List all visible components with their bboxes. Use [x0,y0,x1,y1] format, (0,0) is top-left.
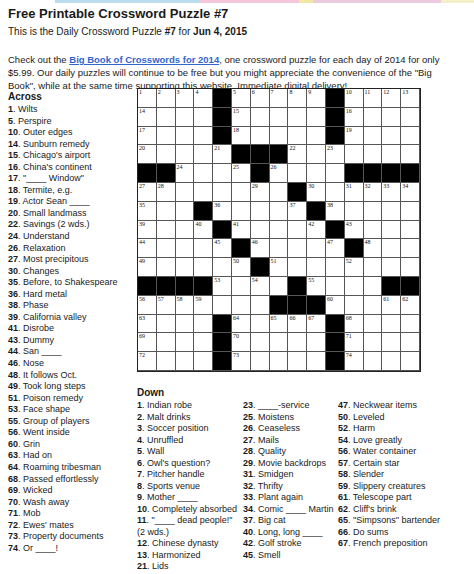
clue-item: 43. Dummy [8,335,134,347]
grid-cell-r15-c10 [307,352,325,370]
grid-cell-r5-c4 [194,164,212,182]
cell-number: 13 [402,89,408,96]
grid-cell-r6-c7: 29 [251,183,269,201]
cell-number: 73 [233,352,239,359]
grid-cell-r11-c3 [176,277,194,295]
grid-cell-r2-c15 [401,108,419,126]
grid-cell-r10-c11 [326,258,344,276]
grid-cell-r13-c13 [364,315,382,333]
clue-item: 67. French preposition [338,538,472,550]
grid-cell-r13-c8: 65 [270,315,288,333]
clue-item: 56. Water container [338,446,472,458]
cell-number: 50 [233,258,239,265]
cell-number: 5 [233,89,236,96]
cell-number: 20 [139,145,145,152]
grid-cell-r5-c7 [251,164,269,182]
cell-number: 62 [402,296,408,303]
subtitle-text: This is the Daily Crossword Puzzle [8,26,165,37]
grid-cell-r7-c1: 35 [138,202,156,220]
grid-cell-r9-c14 [382,239,400,257]
across-clue-list: 1. Wilts5. Perspire10. Outer edges14. Su… [8,104,134,554]
cell-number: 25 [233,164,239,171]
grid-cell-r4-c5: 21 [213,145,231,163]
top-banner-strip [0,0,474,3]
grid-cell-r9-c2 [157,239,175,257]
grid-cell-r6-c2: 28 [157,183,175,201]
clue-item: 31. Smidgen [243,469,336,481]
grid-cell-r1-c12: 10 [345,89,363,107]
grid-cell-r15-c8 [270,352,288,370]
grid-cell-r12-c3: 58 [176,296,194,314]
grid-cell-r13-c7 [251,315,269,333]
grid-cell-r5-c2 [157,164,175,182]
grid-cell-r13-c14 [382,315,400,333]
grid-cell-r6-c12: 31 [345,183,363,201]
clue-item: 66. Do sums [338,527,472,539]
grid-cell-r8-c12: 43 [345,221,363,239]
grid-cell-r14-c2 [157,333,175,351]
grid-cell-r10-c5 [213,258,231,276]
grid-cell-r14-c13 [364,333,382,351]
cell-number: 74 [346,352,352,359]
grid-cell-r1-c7: 6 [251,89,269,107]
grid-cell-r6-c9 [288,183,306,201]
grid-cell-r4-c15 [401,145,419,163]
grid-cell-r4-c11: 23 [326,145,344,163]
grid-cell-r3-c4 [194,127,212,145]
clue-item: 17. "____ Window" [8,173,134,185]
clue-item: 39. California valley [8,312,134,324]
clue-item: 69. Wicked [8,485,134,497]
grid-cell-r2-c1: 14 [138,108,156,126]
grid-cell-r7-c12 [345,202,363,220]
clue-item: 34. Comic ____ Martin [243,504,336,516]
clue-item: 30. Changes [8,266,134,278]
grid-cell-r4-c6 [232,145,250,163]
grid-cell-r8-c4: 40 [194,221,212,239]
clue-item: 61. Telescope part [338,492,472,504]
grid-cell-r13-c2 [157,315,175,333]
grid-cell-r1-c2: 2 [157,89,175,107]
clue-item: 26. Relaxation [8,243,134,255]
grid-cell-r12-c4: 59 [194,296,212,314]
grid-cell-r5-c8: 26 [270,164,288,182]
grid-cell-r8-c15 [401,221,419,239]
clue-item: 73. Property documents [8,531,134,543]
grid-cell-r3-c5 [213,127,231,145]
clue-item: 10. Outer edges [8,127,134,139]
cell-number: 40 [195,221,201,228]
clue-item: 9. Mother ____ [137,492,241,504]
grid-cell-r12-c12 [345,296,363,314]
clue-item: 1. Wilts [8,104,134,116]
grid-cell-r3-c15 [401,127,419,145]
puzzle-number: #7 [165,26,176,37]
cell-number: 32 [365,183,371,190]
clue-item: 74. Or ____! [8,543,134,555]
grid-cell-r13-c1: 63 [138,315,156,333]
clue-item: 5. Perspire [8,116,134,128]
cell-number: 35 [139,202,145,209]
cell-number: 7 [271,89,274,96]
clue-item: 56. Went inside [8,427,134,439]
grid-cell-r2-c13 [364,108,382,126]
grid-cell-r9-c7: 46 [251,239,269,257]
grid-cell-r13-c15 [401,315,419,333]
clue-item: 1. Indian robe [137,400,241,412]
cell-number: 65 [271,315,277,322]
grid-cell-r6-c5 [213,183,231,201]
cell-number: 72 [139,352,145,359]
grid-cell-r5-c9 [288,164,306,182]
cell-number: 48 [365,239,371,246]
clue-item: 4. Unruffled [137,435,241,447]
intro-pre-text: Check out the [8,54,69,65]
page-subtitle: This is the Daily Crossword Puzzle #7 fo… [8,26,247,37]
clue-item: 24. Understand [8,231,134,243]
grid-cell-r4-c4 [194,145,212,163]
grid-cell-r7-c14 [382,202,400,220]
clue-item: 50. Leveled [338,412,472,424]
grid-cell-r5-c12 [345,164,363,182]
cell-number: 4 [195,89,198,96]
cell-number: 33 [383,183,389,190]
grid-cell-r7-c3 [176,202,194,220]
grid-cell-r3-c9 [288,127,306,145]
cell-number: 26 [271,164,277,171]
clue-item: 55. Group of players [8,416,134,428]
grid-cell-r3-c2 [157,127,175,145]
grid-cell-r11-c8 [270,277,288,295]
grid-cell-r11-c10: 55 [307,277,325,295]
grid-cell-r6-c15: 34 [401,183,419,201]
cell-number: 6 [252,89,255,96]
grid-cell-r2-c12: 16 [345,108,363,126]
cell-number: 42 [308,221,314,228]
grid-cell-r9-c8 [270,239,288,257]
grid-cell-r6-c11 [326,183,344,201]
grid-cell-r5-c5 [213,164,231,182]
grid-cell-r2-c2 [157,108,175,126]
cell-number: 9 [308,89,311,96]
grid-cell-r6-c3 [176,183,194,201]
grid-cell-r9-c5: 45 [213,239,231,257]
cell-number: 47 [327,239,333,246]
clue-item: 15. Chicago's airport [8,150,134,162]
grid-cell-r9-c9 [288,239,306,257]
cell-number: 43 [346,221,352,228]
grid-cell-r10-c8: 51 [270,258,288,276]
grid-cell-r1-c11 [326,89,344,107]
grid-cell-r3-c1: 17 [138,127,156,145]
grid-cell-r13-c10: 67 [307,315,325,333]
clue-item: 19. Actor Sean ____ [8,196,134,208]
clue-item: 21. Lids [137,561,241,573]
grid-cell-r4-c14 [382,145,400,163]
cell-number: 69 [139,333,145,340]
grid-cell-r8-c8 [270,221,288,239]
clue-item: 44. San ____ [8,346,134,358]
cell-number: 30 [308,183,314,190]
clue-item: 16. China's continent [8,162,134,174]
grid-cell-r14-c6: 70 [232,333,250,351]
grid-cell-r3-c13 [364,127,382,145]
grid-cell-r5-c15 [401,164,419,182]
grid-cell-r7-c6 [232,202,250,220]
grid-cell-r11-c15 [401,277,419,295]
cell-number: 41 [233,221,239,228]
clue-item: 8. Sports venue [137,481,241,493]
grid-cell-r14-c10 [307,333,325,351]
clue-item: 14. Sunburn remedy [8,139,134,151]
grid-cell-r15-c1: 72 [138,352,156,370]
grid-cell-r11-c5: 53 [213,277,231,295]
grid-cell-r7-c15 [401,202,419,220]
grid-cell-r10-c15 [401,258,419,276]
grid-cell-r7-c5: 36 [213,202,231,220]
clue-item: 27. Mails [243,435,336,447]
grid-cell-r10-c1: 49 [138,258,156,276]
cell-number: 56 [139,296,145,303]
grid-cell-r2-c6: 15 [232,108,250,126]
cell-number: 16 [346,108,352,115]
grid-cell-r15-c13 [364,352,382,370]
grid-cell-r3-c3 [176,127,194,145]
clue-item: 58. Slender [338,469,472,481]
grid-cell-r12-c2: 57 [157,296,175,314]
grid-cell-r11-c13 [364,277,382,295]
grid-cell-r3-c8 [270,127,288,145]
cell-number: 46 [252,239,258,246]
grid-cell-r3-c7 [251,127,269,145]
clue-item: 36. Hard metal [8,289,134,301]
grid-cell-r9-c10 [307,239,325,257]
clue-item: 42. Golf stroke [243,538,336,550]
grid-cell-r8-c2 [157,221,175,239]
grid-cell-r3-c6: 18 [232,127,250,145]
clue-item: 41. Disrobe [8,323,134,335]
cell-number: 39 [139,221,145,228]
grid-cell-r8-c14 [382,221,400,239]
cell-number: 68 [346,315,352,322]
grid-cell-r4-c2 [157,145,175,163]
grid-cell-r6-c13: 32 [364,183,382,201]
clue-item: 45. Smell [243,550,336,562]
cell-number: 63 [139,315,145,322]
down-heading: Down [137,387,164,398]
clue-item: 20. Small landmass [8,208,134,220]
cell-number: 54 [252,277,258,284]
clue-item: 47. Neckwear items [338,400,472,412]
clue-item: 70. Wash away [8,497,134,509]
grid-cell-r13-c6: 64 [232,315,250,333]
grid-cell-r2-c11 [326,108,344,126]
grid-cell-r10-c7 [251,258,269,276]
grid-cell-r1-c4: 4 [194,89,212,107]
cell-number: 2 [158,89,161,96]
cell-number: 23 [327,145,333,152]
grid-cell-r3-c14 [382,127,400,145]
grid-cell-r13-c9: 66 [288,315,306,333]
grid-cell-r14-c12: 71 [345,333,363,351]
grid-cell-r5-c13 [364,164,382,182]
cell-number: 37 [289,202,295,209]
crossword-grid: 1234567891011121314151617181920212223242… [137,88,421,372]
cell-number: 27 [139,183,145,190]
cell-number: 29 [252,183,258,190]
clue-item: 68. Passed effortlessly [8,474,134,486]
grid-cell-r8-c9 [288,221,306,239]
cell-number: 12 [383,89,389,96]
grid-cell-r15-c14 [382,352,400,370]
cell-number: 45 [214,239,220,246]
grid-cell-r15-c3 [176,352,194,370]
down-section: Down 1. Indian robe2. Malt drinks3. Socc… [137,387,164,400]
grid-cell-r7-c13 [364,202,382,220]
grid-cell-r1-c3: 3 [176,89,194,107]
grid-cell-r14-c1: 69 [138,333,156,351]
cell-number: 19 [346,127,352,134]
grid-cell-r10-c9 [288,258,306,276]
grid-cell-r4-c1: 20 [138,145,156,163]
grid-cell-r1-c8: 7 [270,89,288,107]
clue-item: 29. Movie backdrops [243,458,336,470]
grid-cell-r15-c5 [213,352,231,370]
clue-item: 57. Certain star [338,458,472,470]
grid-cell-r14-c3 [176,333,194,351]
cell-number: 38 [327,202,333,209]
grid-cell-r4-c10 [307,145,325,163]
grid-cell-r12-c14: 61 [382,296,400,314]
grid-cell-r1-c6: 5 [232,89,250,107]
cell-number: 60 [327,296,333,303]
grid-cell-r7-c2 [157,202,175,220]
clue-item: 33. Plant again [243,492,336,504]
grid-cell-r14-c8 [270,333,288,351]
grid-cell-r14-c14 [382,333,400,351]
grid-cell-r11-c11 [326,277,344,295]
grid-cell-r10-c10 [307,258,325,276]
grid-cell-r7-c9: 37 [288,202,306,220]
grid-cell-r8-c1: 39 [138,221,156,239]
grid-cell-r12-c9 [288,296,306,314]
grid-cell-r11-c6 [232,277,250,295]
grid-cell-r12-c1: 56 [138,296,156,314]
big-book-link[interactable]: Big Book of Crosswords for 2014 [69,54,219,65]
clue-item: 71. Mob [8,508,134,520]
grid-cell-r2-c8 [270,108,288,126]
cell-number: 3 [177,89,180,96]
grid-cell-r5-c14 [382,164,400,182]
cell-number: 24 [177,164,183,171]
grid-cell-r4-c8 [270,145,288,163]
grid-cell-r14-c7 [251,333,269,351]
cell-number: 22 [289,145,295,152]
grid-cell-r4-c9: 22 [288,145,306,163]
clue-item: 52. Harm [338,423,472,435]
clue-item: 26. Ceaseless [243,423,336,435]
clue-item: 63. Had on [8,450,134,462]
grid-cell-r1-c13: 11 [364,89,382,107]
clue-item: 28. Quality [243,446,336,458]
cell-number: 21 [214,145,220,152]
cell-number: 59 [195,296,201,303]
clue-item: 51. Poison remedy [8,393,134,405]
grid-cell-r13-c3 [176,315,194,333]
cell-number: 70 [233,333,239,340]
clue-item: 62. Cliff's brink [338,504,472,516]
cell-number: 14 [139,108,145,115]
clue-item: 37. Big cat [243,515,336,527]
clue-item: 38. Phase [8,300,134,312]
grid-cell-r15-c9 [288,352,306,370]
cell-number: 71 [346,333,352,340]
grid-cell-r6-c10: 30 [307,183,325,201]
grid-cell-r8-c10: 42 [307,221,325,239]
grid-cell-r14-c11 [326,333,344,351]
grid-cell-r3-c10 [307,127,325,145]
grid-cell-r9-c11: 47 [326,239,344,257]
cell-number: 64 [233,315,239,322]
grid-cell-r15-c15 [401,352,419,370]
clue-item: 22. Savings (2 wds.) [8,219,134,231]
grid-cell-r14-c5 [213,333,231,351]
cell-number: 15 [233,108,239,115]
clue-item: 48. It follows Oct. [8,370,134,382]
cell-number: 31 [346,183,352,190]
clue-item: 18. Termite, e.g. [8,185,134,197]
grid-cell-r8-c5 [213,221,231,239]
cell-number: 10 [346,89,352,96]
grid-cell-r7-c7 [251,202,269,220]
clue-item: 6. Owl's question? [137,458,241,470]
grid-cell-r2-c9 [288,108,306,126]
clue-item: 54. Love greatly [338,435,472,447]
cell-number: 66 [289,315,295,322]
grid-cell-r4-c12 [345,145,363,163]
clue-item: 27. Most precipitous [8,254,134,266]
grid-cell-r12-c11: 60 [326,296,344,314]
grid-cell-r2-c5 [213,108,231,126]
grid-cell-r5-c3: 24 [176,164,194,182]
clue-item: 25. Moistens [243,412,336,424]
clue-item: 11. "____ dead people!" (2 wds.) [137,515,241,538]
down-clue-column-1: 1. Indian robe2. Malt drinks3. Soccer po… [137,400,241,573]
clue-item: 3. Soccer position [137,423,241,435]
grid-cell-r1-c9: 8 [288,89,306,107]
grid-cell-r9-c6 [232,239,250,257]
grid-cell-r11-c12 [345,277,363,295]
grid-cell-r9-c1: 44 [138,239,156,257]
grid-cell-r10-c14 [382,258,400,276]
grid-cell-r4-c13 [364,145,382,163]
grid-cell-r9-c13: 48 [364,239,382,257]
grid-cell-r8-c13 [364,221,382,239]
grid-cell-r9-c12 [345,239,363,257]
clue-item: 40. Long, long ____ [243,527,336,539]
grid-cell-r15-c11 [326,352,344,370]
grid-cell-r10-c13 [364,258,382,276]
clue-item: 13. Harmonized [137,550,241,562]
cell-number: 67 [308,315,314,322]
grid-cell-r8-c3 [176,221,194,239]
grid-cell-r8-c7 [251,221,269,239]
grid-cell-r12-c6 [232,296,250,314]
grid-cell-r7-c11: 38 [326,202,344,220]
grid-cell-r1-c14: 12 [382,89,400,107]
cell-number: 51 [271,258,277,265]
grid-cell-r1-c5 [213,89,231,107]
